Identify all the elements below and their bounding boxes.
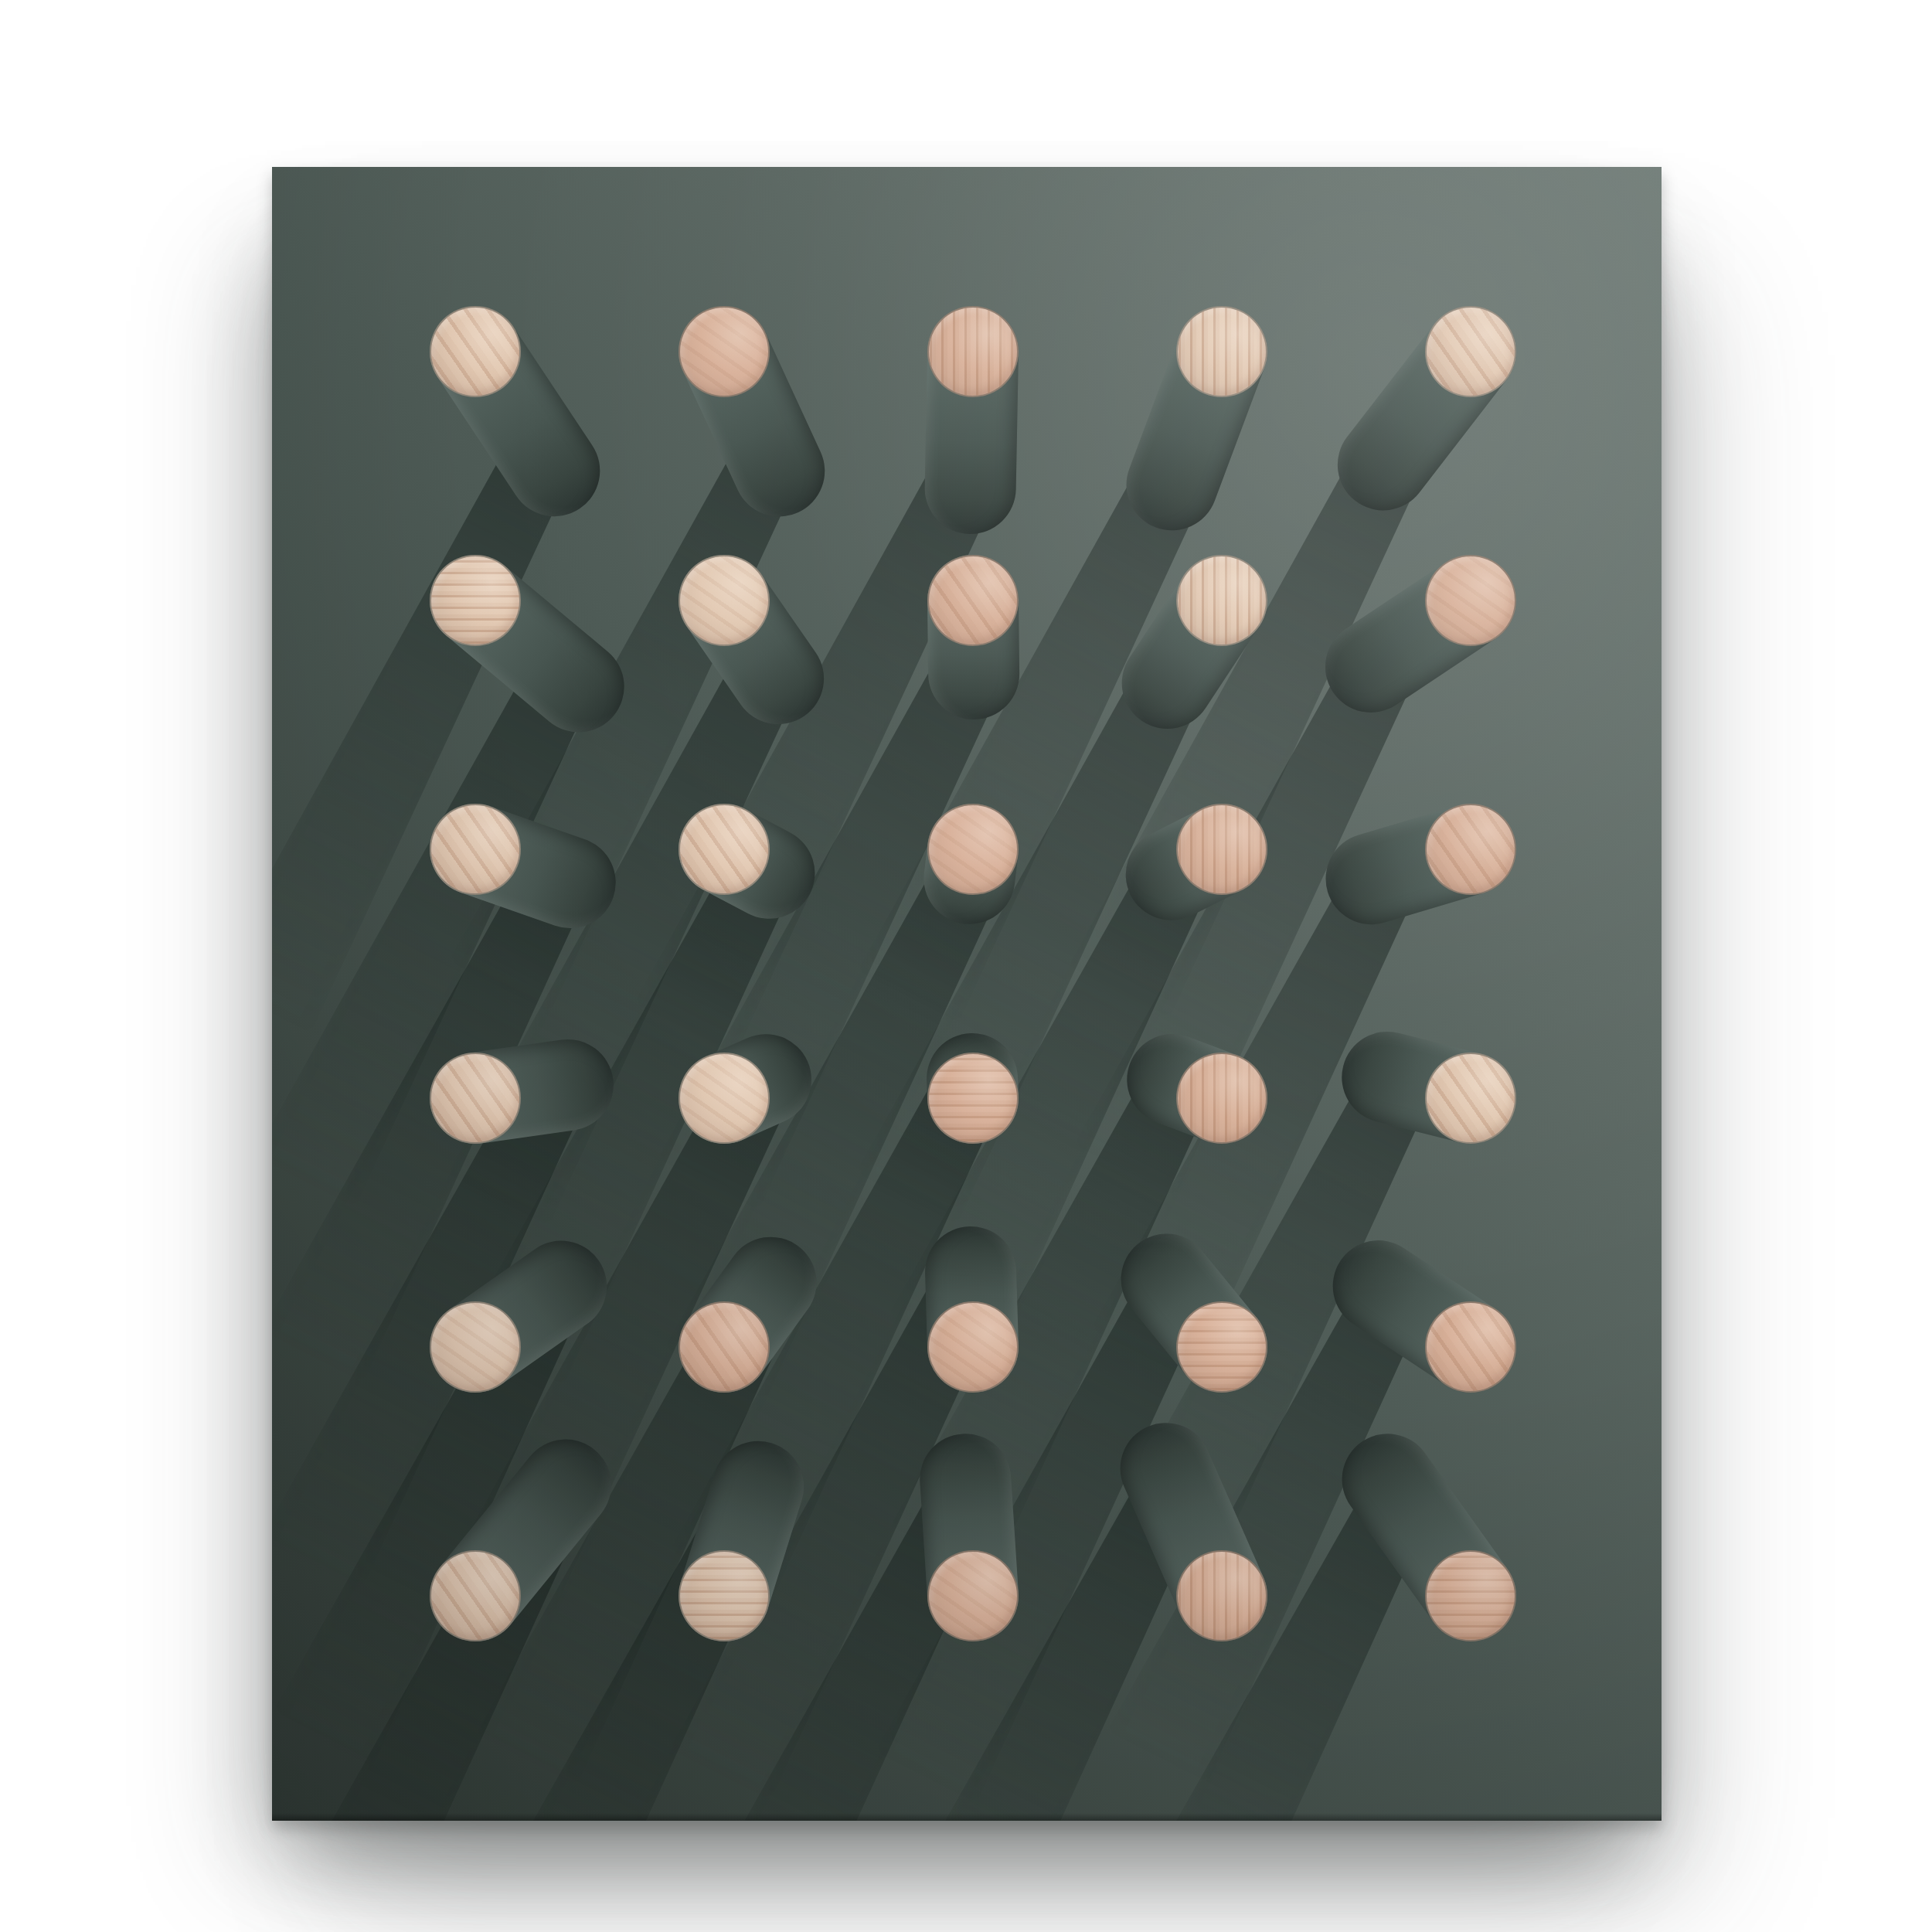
peg[interactable] (1425, 1053, 1516, 1144)
peg[interactable] (927, 1301, 1019, 1393)
peg[interactable] (1176, 306, 1267, 397)
peg-cell-r3c2 (600, 725, 849, 974)
peg[interactable] (679, 804, 770, 895)
peg[interactable] (927, 1053, 1019, 1144)
peg-cell-r5c1 (351, 1223, 600, 1471)
wall-scene (0, 0, 1932, 1932)
peg-cell-r1c3 (849, 227, 1097, 476)
peg[interactable] (430, 804, 521, 895)
peg[interactable] (430, 1550, 521, 1641)
peg[interactable] (679, 1550, 770, 1641)
peg-cell-r4c5 (1346, 974, 1595, 1223)
peg[interactable] (679, 306, 770, 397)
peg[interactable] (1425, 555, 1516, 646)
peg[interactable] (430, 306, 521, 397)
peg[interactable] (927, 555, 1019, 646)
peg-cell-r2c4 (1097, 476, 1346, 725)
peg[interactable] (1425, 1301, 1516, 1393)
peg[interactable] (430, 1053, 521, 1144)
peg[interactable] (430, 1301, 521, 1393)
peg-cell-r1c2 (600, 227, 849, 476)
peg-cell-r4c4 (1097, 974, 1346, 1223)
pegboard (272, 167, 1662, 1821)
peg-cell-r6c2 (600, 1471, 849, 1720)
peg-cell-r6c1 (351, 1471, 600, 1720)
peg[interactable] (1176, 555, 1267, 646)
peg-cell-r2c5 (1346, 476, 1595, 725)
peg-cell-r6c5 (1346, 1471, 1595, 1720)
peg-cell-r1c1 (351, 227, 600, 476)
peg[interactable] (1176, 1301, 1267, 1393)
peg-cell-r4c2 (600, 974, 849, 1223)
peg[interactable] (927, 306, 1019, 397)
peg[interactable] (1425, 804, 1516, 895)
peg-cell-r4c1 (351, 974, 600, 1223)
peg[interactable] (430, 555, 521, 646)
peg[interactable] (1176, 804, 1267, 895)
peg[interactable] (927, 804, 1019, 895)
peg-cell-r1c4 (1097, 227, 1346, 476)
peg[interactable] (1176, 1053, 1267, 1144)
peg-cell-r3c5 (1346, 725, 1595, 974)
peg[interactable] (679, 555, 770, 646)
peg[interactable] (679, 1301, 770, 1393)
peg[interactable] (927, 1550, 1019, 1641)
peg[interactable] (1176, 1550, 1267, 1641)
peg[interactable] (1425, 306, 1516, 397)
peg-cell-r1c5 (1346, 227, 1595, 476)
peg-cell-r3c3 (849, 725, 1097, 974)
peg-cell-r5c2 (600, 1223, 849, 1471)
peg-cell-r3c1 (351, 725, 600, 974)
peg[interactable] (1425, 1550, 1516, 1641)
peg-cell-r6c3 (849, 1471, 1097, 1720)
peg-cell-r3c4 (1097, 725, 1346, 974)
peg-cell-r4c3 (849, 974, 1097, 1223)
peg-grid (351, 227, 1595, 1720)
peg-cell-r6c4 (1097, 1471, 1346, 1720)
peg-cell-r2c2 (600, 476, 849, 725)
peg[interactable] (679, 1053, 770, 1144)
